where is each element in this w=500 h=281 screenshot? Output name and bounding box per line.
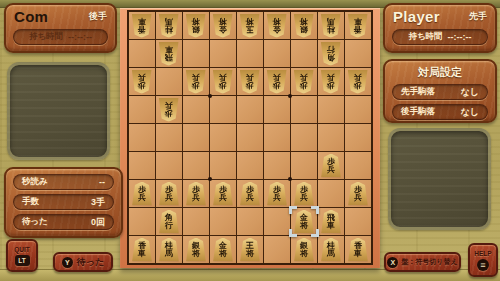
board-cell-1三[interactable]: 歩 兵	[345, 68, 371, 95]
board-cell-2一[interactable]: 桂 馬	[318, 12, 344, 39]
sente-captured-tray[interactable]	[388, 128, 491, 230]
board-cell-9六[interactable]	[129, 152, 155, 179]
board-cell-6五[interactable]	[210, 124, 236, 151]
board-cell-8一[interactable]: 桂 馬	[156, 12, 182, 39]
gote-handicap-row: 後手駒落 なし	[392, 104, 488, 120]
star-point	[288, 94, 292, 98]
board-cell-5八[interactable]	[237, 208, 263, 235]
board-cell-9三[interactable]: 歩 兵	[129, 68, 155, 95]
human-player-panel: Player 先手 持ち時間 --:--:--	[383, 3, 497, 53]
shogi-piece-gote[interactable]: 歩 兵	[293, 70, 314, 94]
board-cell-9二[interactable]	[129, 40, 155, 67]
game-info-panel: 秒読み -- 手数 3手 待った 0回	[4, 167, 123, 238]
shogi-piece-sente[interactable]: 王 将	[239, 238, 260, 262]
board-cell-7八[interactable]	[183, 208, 209, 235]
shogi-piece-sente[interactable]: 銀 将	[293, 238, 314, 262]
shogi-board[interactable]: 香 車桂 馬銀 将金 将玉 将金 将銀 将桂 馬香 車飛 車角 行歩 兵歩 兵歩…	[127, 10, 373, 265]
shogi-piece-gote[interactable]: 歩 兵	[320, 70, 341, 94]
board-frame: 香 車桂 馬銀 将金 将玉 将金 将銀 将桂 馬香 車飛 車角 行歩 兵歩 兵歩…	[120, 8, 380, 268]
piece-kanji: 歩 兵	[246, 184, 254, 202]
piece-kanji: 銀 将	[300, 16, 308, 34]
board-cell-7四[interactable]	[183, 96, 209, 123]
gamepad-lt-icon: LT	[15, 255, 30, 266]
board-cell-6一[interactable]: 金 将	[210, 12, 236, 39]
board-cell-7二[interactable]	[183, 40, 209, 67]
board-cell-4三[interactable]: 歩 兵	[264, 68, 290, 95]
com-time-display: 持ち時間 --:--:--	[13, 29, 108, 45]
board-cell-8八[interactable]: 角 行	[156, 208, 182, 235]
shogi-piece-sente[interactable]: 銀 将	[185, 238, 206, 262]
shogi-piece-gote[interactable]: 桂 馬	[158, 14, 179, 38]
piece-kanji: 歩 兵	[354, 184, 362, 202]
board-cell-4九[interactable]	[264, 236, 290, 263]
board-cell-5二[interactable]	[237, 40, 263, 67]
board-cell-9八[interactable]	[129, 208, 155, 235]
board-cell-1九[interactable]: 香 車	[345, 236, 371, 263]
shogi-piece-gote[interactable]: 歩 兵	[347, 70, 368, 94]
star-point	[288, 177, 292, 181]
board-cell-6八[interactable]	[210, 208, 236, 235]
shogi-piece-gote[interactable]: 飛 車	[158, 42, 179, 66]
shogi-piece-sente[interactable]: 香 車	[131, 238, 152, 262]
board-cell-8七[interactable]: 歩 兵	[156, 180, 182, 207]
shogi-piece-sente[interactable]: 歩 兵	[266, 182, 287, 206]
sente-handicap-row: 先手駒落 なし	[392, 84, 488, 100]
player-side-label: 先手	[469, 10, 487, 23]
board-display-toggle-button[interactable]: X 盤：符号切り替え	[384, 252, 461, 272]
player-time-display: 持ち時間 --:--:--	[392, 29, 488, 45]
shogi-piece-sente[interactable]: 歩 兵	[131, 182, 152, 206]
piece-kanji: 歩 兵	[300, 72, 308, 90]
board-cell-9五[interactable]	[129, 124, 155, 151]
board-cell-7六[interactable]	[183, 152, 209, 179]
board-cell-9九[interactable]: 香 車	[129, 236, 155, 263]
board-cell-3三[interactable]: 歩 兵	[291, 68, 317, 95]
board-cell-4八[interactable]	[264, 208, 290, 235]
board-cell-5七[interactable]: 歩 兵	[237, 180, 263, 207]
piece-kanji: 歩 兵	[138, 72, 146, 90]
board-cell-7五[interactable]	[183, 124, 209, 151]
piece-kanji: 歩 兵	[273, 72, 281, 90]
shogi-piece-sente[interactable]: 飛 車	[320, 210, 341, 234]
piece-kanji: 飛 車	[165, 44, 173, 62]
piece-kanji: 角 行	[165, 212, 173, 230]
board-cell-2八[interactable]: 飛 車	[318, 208, 344, 235]
board-cell-4二[interactable]	[264, 40, 290, 67]
com-side-label: 後手	[89, 10, 107, 23]
board-cell-2七[interactable]	[318, 180, 344, 207]
board-cell-8三[interactable]	[156, 68, 182, 95]
piece-kanji: 歩 兵	[138, 184, 146, 202]
board-cell-5三[interactable]: 歩 兵	[237, 68, 263, 95]
player-name: Player	[393, 8, 440, 25]
piece-kanji: 銀 将	[300, 240, 308, 258]
board-cell-4七[interactable]: 歩 兵	[264, 180, 290, 207]
board-cell-8五[interactable]	[156, 124, 182, 151]
piece-kanji: 歩 兵	[300, 184, 308, 202]
shogi-piece-sente[interactable]: 歩 兵	[320, 154, 341, 178]
piece-kanji: 桂 馬	[327, 16, 335, 34]
piece-kanji: 王 将	[246, 240, 254, 258]
piece-kanji: 歩 兵	[192, 184, 200, 202]
com-player-panel: Com 後手 持ち時間 --:--:--	[4, 3, 117, 53]
board-cell-4六[interactable]	[264, 152, 290, 179]
shogi-piece-sente[interactable]: 桂 馬	[320, 238, 341, 262]
board-cell-3五[interactable]	[291, 124, 317, 151]
shogi-app: 香 車桂 馬銀 将金 将玉 将金 将銀 将桂 馬香 車飛 車角 行歩 兵歩 兵歩…	[0, 0, 500, 281]
board-cell-2二[interactable]: 角 行	[318, 40, 344, 67]
shogi-piece-gote[interactable]: 角 行	[320, 42, 341, 66]
board-cell-6二[interactable]	[210, 40, 236, 67]
shogi-piece-gote[interactable]: 銀 将	[185, 14, 206, 38]
board-cell-5六[interactable]	[237, 152, 263, 179]
board-cell-6六[interactable]	[210, 152, 236, 179]
takeback-count-row: 待った 0回	[13, 214, 114, 230]
board-cell-1五[interactable]	[345, 124, 371, 151]
shogi-piece-sente[interactable]: 歩 兵	[293, 182, 314, 206]
board-cell-9七[interactable]: 歩 兵	[129, 180, 155, 207]
board-cell-6三[interactable]: 歩 兵	[210, 68, 236, 95]
piece-kanji: 桂 馬	[327, 240, 335, 258]
piece-kanji: 金 将	[300, 212, 308, 230]
shogi-piece-sente[interactable]: 歩 兵	[212, 182, 233, 206]
shogi-piece-gote[interactable]: 歩 兵	[239, 70, 260, 94]
board-cell-1四[interactable]	[345, 96, 371, 123]
piece-kanji: 角 行	[327, 44, 335, 62]
piece-kanji: 歩 兵	[219, 184, 227, 202]
game-settings-panel: 対局設定 先手駒落 なし 後手駒落 なし	[383, 59, 497, 123]
piece-kanji: 香 車	[354, 16, 362, 34]
board-cell-3四[interactable]	[291, 96, 317, 123]
shogi-piece-gote[interactable]: 歩 兵	[185, 70, 206, 94]
piece-kanji: 歩 兵	[354, 72, 362, 90]
board-cell-2五[interactable]	[318, 124, 344, 151]
board-cell-1八[interactable]	[345, 208, 371, 235]
gamepad-y-icon: Y	[62, 257, 73, 268]
piece-kanji: 歩 兵	[327, 156, 335, 174]
piece-kanji: 歩 兵	[327, 72, 335, 90]
piece-kanji: 香 車	[138, 16, 146, 34]
board-cell-6九[interactable]: 金 将	[210, 236, 236, 263]
board-cell-5九[interactable]: 王 将	[237, 236, 263, 263]
byoyomi-row: 秒読み --	[13, 174, 114, 190]
shogi-piece-sente[interactable]: 歩 兵	[158, 182, 179, 206]
board-cell-3一[interactable]: 銀 将	[291, 12, 317, 39]
board-cell-1七[interactable]: 歩 兵	[345, 180, 371, 207]
shogi-piece-sente[interactable]: 歩 兵	[185, 182, 206, 206]
star-point	[208, 177, 212, 181]
board-cell-8二[interactable]: 飛 車	[156, 40, 182, 67]
board-cell-1二[interactable]	[345, 40, 371, 67]
shogi-piece-sente[interactable]: 金 将	[293, 210, 314, 234]
board-cell-3六[interactable]	[291, 152, 317, 179]
piece-kanji: 玉 将	[246, 16, 254, 34]
board-cell-7一[interactable]: 銀 将	[183, 12, 209, 39]
piece-kanji: 歩 兵	[246, 72, 254, 90]
board-cell-2六[interactable]: 歩 兵	[318, 152, 344, 179]
piece-kanji: 桂 馬	[165, 240, 173, 258]
shogi-piece-gote[interactable]: 歩 兵	[212, 70, 233, 94]
board-cell-5五[interactable]	[237, 124, 263, 151]
board-cell-3九[interactable]: 銀 将	[291, 236, 317, 263]
board-cell-1六[interactable]	[345, 152, 371, 179]
board-cell-2九[interactable]: 桂 馬	[318, 236, 344, 263]
shogi-piece-gote[interactable]: 香 車	[131, 14, 152, 38]
board-cell-8九[interactable]: 桂 馬	[156, 236, 182, 263]
piece-kanji: 金 将	[219, 240, 227, 258]
board-cell-4一[interactable]: 金 将	[264, 12, 290, 39]
board-cell-6七[interactable]: 歩 兵	[210, 180, 236, 207]
piece-kanji: 歩 兵	[273, 184, 281, 202]
shogi-piece-gote[interactable]: 金 将	[212, 14, 233, 38]
board-cell-7九[interactable]: 銀 将	[183, 236, 209, 263]
piece-kanji: 金 将	[219, 16, 227, 34]
shogi-piece-gote[interactable]: 歩 兵	[266, 70, 287, 94]
shogi-piece-gote[interactable]: 歩 兵	[158, 98, 179, 122]
piece-kanji: 歩 兵	[165, 100, 173, 118]
shogi-piece-gote[interactable]: 銀 将	[293, 14, 314, 38]
piece-kanji: 香 車	[354, 240, 362, 258]
move-count-row: 手数 3手	[13, 194, 114, 210]
shogi-piece-sente[interactable]: 角 行	[158, 210, 179, 234]
shogi-piece-sente[interactable]: 桂 馬	[158, 238, 179, 262]
board-cell-7三[interactable]: 歩 兵	[183, 68, 209, 95]
shogi-piece-gote[interactable]: 歩 兵	[131, 70, 152, 94]
piece-kanji: 桂 馬	[165, 16, 173, 34]
board-cell-1一[interactable]: 香 車	[345, 12, 371, 39]
board-cell-5一[interactable]: 玉 将	[237, 12, 263, 39]
star-point	[208, 94, 212, 98]
board-cell-4五[interactable]	[264, 124, 290, 151]
gamepad-x-icon: X	[387, 257, 398, 268]
settings-title: 対局設定	[385, 61, 495, 80]
piece-kanji: 歩 兵	[165, 184, 173, 202]
board-cell-2四[interactable]	[318, 96, 344, 123]
shogi-piece-sente[interactable]: 金 将	[212, 238, 233, 262]
shogi-piece-sente[interactable]: 香 車	[347, 238, 368, 262]
gote-captured-tray[interactable]	[7, 62, 110, 160]
shogi-piece-sente[interactable]: 歩 兵	[347, 182, 368, 206]
menu-icon: ≡	[477, 259, 489, 271]
piece-kanji: 金 将	[273, 16, 281, 34]
board-cell-9一[interactable]: 香 車	[129, 12, 155, 39]
piece-kanji: 歩 兵	[219, 72, 227, 90]
board-cell-8四[interactable]: 歩 兵	[156, 96, 182, 123]
help-button[interactable]: HELP ≡	[468, 243, 498, 277]
shogi-piece-gote[interactable]: 香 車	[347, 14, 368, 38]
undo-button[interactable]: Y 待った	[53, 252, 113, 272]
board-cell-2三[interactable]: 歩 兵	[318, 68, 344, 95]
board-cell-5四[interactable]	[237, 96, 263, 123]
piece-kanji: 飛 車	[327, 212, 335, 230]
board-cell-3八[interactable]: 金 将	[291, 208, 317, 235]
piece-kanji: 歩 兵	[192, 72, 200, 90]
board-cell-4四[interactable]	[264, 96, 290, 123]
shogi-piece-sente[interactable]: 歩 兵	[239, 182, 260, 206]
board-cell-9四[interactable]	[129, 96, 155, 123]
shogi-piece-gote[interactable]: 金 将	[266, 14, 287, 38]
board-cell-3二[interactable]	[291, 40, 317, 67]
board-cell-8六[interactable]	[156, 152, 182, 179]
board-cell-3七[interactable]: 歩 兵	[291, 180, 317, 207]
piece-kanji: 銀 将	[192, 16, 200, 34]
shogi-piece-gote[interactable]: 桂 馬	[320, 14, 341, 38]
shogi-piece-gote[interactable]: 玉 将	[239, 14, 260, 38]
com-name: Com	[14, 8, 48, 25]
piece-kanji: 銀 将	[192, 240, 200, 258]
board-cell-7七[interactable]: 歩 兵	[183, 180, 209, 207]
piece-kanji: 香 車	[138, 240, 146, 258]
quit-button[interactable]: QUIT LT	[6, 239, 38, 272]
board-cell-6四[interactable]	[210, 96, 236, 123]
